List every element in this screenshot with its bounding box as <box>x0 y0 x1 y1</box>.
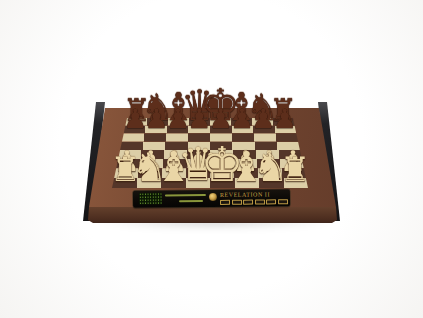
square-f1 <box>235 178 260 188</box>
square-b6 <box>144 133 166 141</box>
square-b2 <box>138 168 162 178</box>
chessboard <box>0 0 423 318</box>
square-g8 <box>252 118 273 126</box>
lcd-display <box>139 192 162 204</box>
square-d1 <box>186 178 211 188</box>
rank-row-4 <box>118 150 302 159</box>
square-f3 <box>233 159 256 168</box>
square-e2 <box>210 168 234 178</box>
square-d4 <box>187 150 210 159</box>
square-d8 <box>189 118 210 126</box>
square-c7 <box>167 126 189 134</box>
rank-row-1 <box>112 178 308 188</box>
square-c3 <box>163 159 186 168</box>
square-g2 <box>258 168 282 178</box>
square-h3 <box>280 159 303 168</box>
panel-button-row <box>220 199 288 204</box>
square-f7 <box>232 126 254 134</box>
square-a4 <box>118 150 141 159</box>
square-f4 <box>233 150 256 159</box>
square-g7 <box>253 126 275 134</box>
square-f2 <box>234 168 258 178</box>
square-d7 <box>188 126 210 134</box>
square-a3 <box>116 159 139 168</box>
square-f5 <box>232 142 254 151</box>
control-panel: REVELATION II <box>133 189 290 207</box>
square-e1 <box>210 178 235 188</box>
rank-row-6 <box>122 133 298 141</box>
device-button-6 <box>278 199 288 204</box>
square-b5 <box>143 142 165 151</box>
dgt-logo-icon <box>209 192 217 200</box>
product-photo-revelation-2: ♜♞♝♛♚♝♞♜♟♟♟♟♟♟♟♟♟♟♟♟♟♟♟♟♜♞♝♛♚♝♞♜ REVELAT… <box>0 0 423 318</box>
square-c8 <box>168 118 189 126</box>
square-a8 <box>125 118 146 126</box>
square-d6 <box>188 133 210 141</box>
square-b7 <box>145 126 167 134</box>
rank-row-2 <box>114 168 306 178</box>
square-e3 <box>210 159 233 168</box>
square-b1 <box>137 178 162 188</box>
square-g3 <box>257 159 280 168</box>
device-button-1 <box>220 199 230 204</box>
square-b3 <box>140 159 163 168</box>
square-f8 <box>231 118 252 126</box>
square-e7 <box>210 126 232 134</box>
device-button-2 <box>232 199 242 204</box>
panel-title: REVELATION II <box>220 191 289 198</box>
square-h7 <box>275 126 297 134</box>
square-h8 <box>273 118 294 126</box>
square-b8 <box>147 118 168 126</box>
device-button-4 <box>255 199 265 204</box>
square-c4 <box>164 150 187 159</box>
square-e5 <box>210 142 232 151</box>
square-b4 <box>141 150 164 159</box>
square-a6 <box>122 133 144 141</box>
square-g6 <box>254 133 276 141</box>
square-c6 <box>166 133 188 141</box>
square-e6 <box>210 133 232 141</box>
square-d2 <box>186 168 210 178</box>
square-a7 <box>124 126 146 134</box>
square-h4 <box>279 150 302 159</box>
square-a2 <box>114 168 138 178</box>
square-g5 <box>255 142 277 151</box>
device-button-3 <box>243 199 253 204</box>
square-d5 <box>188 142 210 151</box>
square-h5 <box>277 142 299 151</box>
rank-row-7 <box>124 126 297 134</box>
square-e8 <box>210 118 231 126</box>
square-e4 <box>210 150 233 159</box>
square-h6 <box>276 133 298 141</box>
square-h1 <box>284 178 309 188</box>
square-h2 <box>282 168 306 178</box>
square-a5 <box>120 142 142 151</box>
square-d3 <box>187 159 210 168</box>
lcd-text-line-1 <box>165 193 206 196</box>
square-f6 <box>232 133 254 141</box>
square-c1 <box>161 178 186 188</box>
square-a1 <box>112 178 137 188</box>
square-c5 <box>165 142 187 151</box>
rank-row-3 <box>116 159 304 168</box>
lcd-text-line-2 <box>179 199 203 202</box>
square-g1 <box>259 178 284 188</box>
square-c2 <box>162 168 186 178</box>
device-button-5 <box>266 199 276 204</box>
rank-row-8 <box>125 118 294 126</box>
rank-row-5 <box>120 142 300 151</box>
square-g4 <box>256 150 279 159</box>
